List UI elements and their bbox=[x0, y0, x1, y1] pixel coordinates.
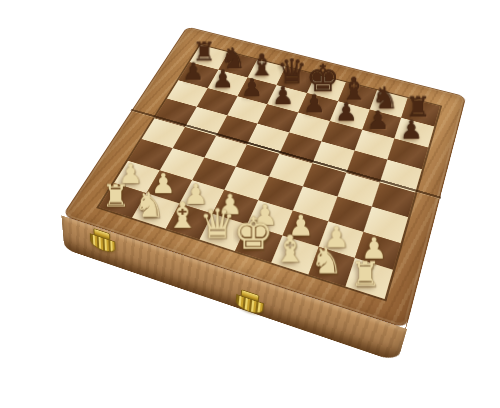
square-f6 bbox=[321, 121, 362, 151]
piece-black-pawn[interactable]: ♟ bbox=[212, 67, 234, 91]
piece-black-pawn[interactable]: ♟ bbox=[272, 83, 294, 108]
piece-black-pawn[interactable]: ♟ bbox=[303, 91, 325, 116]
brass-latch-center bbox=[235, 288, 265, 321]
piece-black-pawn[interactable]: ♟ bbox=[400, 116, 423, 142]
piece-white-knight[interactable]: ♞ bbox=[311, 243, 344, 280]
piece-black-pawn[interactable]: ♟ bbox=[367, 108, 390, 133]
piece-white-bishop[interactable]: ♝ bbox=[273, 230, 307, 267]
piece-white-bishop[interactable]: ♝ bbox=[167, 197, 199, 233]
chess-box: ♜♞♝♛♚♝♞♜♟♟♟♟♟♟♟♟♟♟♟♟♟♟♟♟♜♞♝♛♚♝♞♜ bbox=[62, 26, 466, 328]
product-photo-scene: ♜♞♝♛♚♝♞♜♟♟♟♟♟♟♟♟♟♟♟♟♟♟♟♟♜♞♝♛♚♝♞♜ bbox=[0, 0, 500, 408]
piece-white-knight[interactable]: ♞ bbox=[133, 188, 164, 223]
piece-black-pawn[interactable]: ♟ bbox=[183, 59, 204, 83]
piece-white-rook[interactable]: ♜ bbox=[102, 181, 130, 212]
piece-white-queen[interactable]: ♛ bbox=[199, 203, 236, 244]
piece-white-rook[interactable]: ♜ bbox=[350, 258, 380, 292]
piece-white-king[interactable]: ♚ bbox=[233, 211, 273, 256]
brass-latch-left bbox=[89, 227, 115, 259]
piece-black-pawn[interactable]: ♟ bbox=[335, 99, 358, 124]
perspective-stage: ♜♞♝♛♚♝♞♜♟♟♟♟♟♟♟♟♟♟♟♟♟♟♟♟♜♞♝♛♚♝♞♜ bbox=[118, 0, 438, 312]
square-h6 bbox=[388, 138, 429, 169]
piece-black-pawn[interactable]: ♟ bbox=[242, 75, 264, 99]
